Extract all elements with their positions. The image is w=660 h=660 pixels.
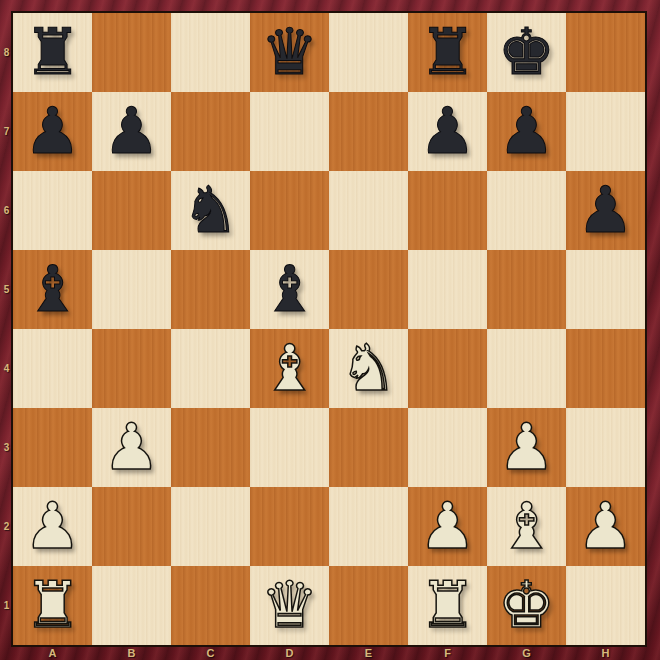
square-a3[interactable] xyxy=(13,408,92,487)
file-label-c: C xyxy=(171,645,250,660)
square-h1[interactable] xyxy=(566,566,645,645)
square-e8[interactable] xyxy=(329,13,408,92)
black-pawn-a7[interactable]: ♟ xyxy=(13,92,92,171)
file-label-b: B xyxy=(92,645,171,660)
square-h5[interactable] xyxy=(566,250,645,329)
square-c5[interactable] xyxy=(171,250,250,329)
square-f3[interactable] xyxy=(408,408,487,487)
square-h7[interactable] xyxy=(566,92,645,171)
square-d8[interactable]: ♛ xyxy=(250,13,329,92)
square-c2[interactable] xyxy=(171,487,250,566)
square-a7[interactable]: ♟ xyxy=(13,92,92,171)
file-label-h: H xyxy=(566,645,645,660)
square-d4[interactable]: ♝ xyxy=(250,329,329,408)
square-d3[interactable] xyxy=(250,408,329,487)
square-f4[interactable] xyxy=(408,329,487,408)
white-pawn-h2[interactable]: ♟ xyxy=(566,487,645,566)
rank-label-2: 2 xyxy=(0,487,13,566)
square-g2[interactable]: ♝ xyxy=(487,487,566,566)
black-rook-f8[interactable]: ♜ xyxy=(408,13,487,92)
black-pawn-f7[interactable]: ♟ xyxy=(408,92,487,171)
rank-label-7: 7 xyxy=(0,92,13,171)
rank-label-6: 6 xyxy=(0,171,13,250)
square-h8[interactable] xyxy=(566,13,645,92)
square-g3[interactable]: ♟ xyxy=(487,408,566,487)
white-pawn-b3[interactable]: ♟ xyxy=(92,408,171,487)
square-f6[interactable] xyxy=(408,171,487,250)
square-b5[interactable] xyxy=(92,250,171,329)
white-pawn-f2[interactable]: ♟ xyxy=(408,487,487,566)
black-knight-c6[interactable]: ♞ xyxy=(171,171,250,250)
square-f1[interactable]: ♜ xyxy=(408,566,487,645)
square-g6[interactable] xyxy=(487,171,566,250)
square-a2[interactable]: ♟ xyxy=(13,487,92,566)
square-a4[interactable] xyxy=(13,329,92,408)
square-d6[interactable] xyxy=(250,171,329,250)
black-bishop-a5[interactable]: ♝ xyxy=(13,250,92,329)
square-c7[interactable] xyxy=(171,92,250,171)
square-e1[interactable] xyxy=(329,566,408,645)
white-knight-e4[interactable]: ♞ xyxy=(329,329,408,408)
square-g4[interactable] xyxy=(487,329,566,408)
square-g8[interactable]: ♚ xyxy=(487,13,566,92)
square-e5[interactable] xyxy=(329,250,408,329)
black-bishop-d5[interactable]: ♝ xyxy=(250,250,329,329)
square-c1[interactable] xyxy=(171,566,250,645)
white-pawn-a2[interactable]: ♟ xyxy=(13,487,92,566)
rank-label-4: 4 xyxy=(0,329,13,408)
rank-labels: 87654321 xyxy=(0,13,13,645)
square-b8[interactable] xyxy=(92,13,171,92)
square-e3[interactable] xyxy=(329,408,408,487)
white-bishop-d4[interactable]: ♝ xyxy=(250,329,329,408)
square-g5[interactable] xyxy=(487,250,566,329)
square-f8[interactable]: ♜ xyxy=(408,13,487,92)
black-pawn-g7[interactable]: ♟ xyxy=(487,92,566,171)
square-b2[interactable] xyxy=(92,487,171,566)
square-c8[interactable] xyxy=(171,13,250,92)
square-h3[interactable] xyxy=(566,408,645,487)
square-d7[interactable] xyxy=(250,92,329,171)
square-b4[interactable] xyxy=(92,329,171,408)
square-c3[interactable] xyxy=(171,408,250,487)
square-d2[interactable] xyxy=(250,487,329,566)
white-pawn-g3[interactable]: ♟ xyxy=(487,408,566,487)
square-d5[interactable]: ♝ xyxy=(250,250,329,329)
square-e6[interactable] xyxy=(329,171,408,250)
square-h2[interactable]: ♟ xyxy=(566,487,645,566)
rank-label-1: 1 xyxy=(0,566,13,645)
white-bishop-g2[interactable]: ♝ xyxy=(487,487,566,566)
square-a5[interactable]: ♝ xyxy=(13,250,92,329)
square-b1[interactable] xyxy=(92,566,171,645)
chess-board: ♜♛♜♚♟♟♟♟♞♟♝♝♝♞♟♟♟♟♝♟♜♛♜♚ xyxy=(13,13,645,645)
square-g7[interactable]: ♟ xyxy=(487,92,566,171)
square-h6[interactable]: ♟ xyxy=(566,171,645,250)
square-e2[interactable] xyxy=(329,487,408,566)
square-e7[interactable] xyxy=(329,92,408,171)
file-labels: ABCDEFGH xyxy=(13,645,645,660)
file-label-g: G xyxy=(487,645,566,660)
white-king-g1[interactable]: ♚ xyxy=(487,566,566,645)
square-c4[interactable] xyxy=(171,329,250,408)
file-label-d: D xyxy=(250,645,329,660)
white-queen-d1[interactable]: ♛ xyxy=(250,566,329,645)
square-b7[interactable]: ♟ xyxy=(92,92,171,171)
file-label-a: A xyxy=(13,645,92,660)
square-a8[interactable]: ♜ xyxy=(13,13,92,92)
rank-label-8: 8 xyxy=(0,13,13,92)
square-f5[interactable] xyxy=(408,250,487,329)
chess-board-frame: 87654321 ♜♛♜♚♟♟♟♟♞♟♝♝♝♞♟♟♟♟♝♟♜♛♜♚ ABCDEF… xyxy=(0,0,660,660)
file-label-f: F xyxy=(408,645,487,660)
square-c6[interactable]: ♞ xyxy=(171,171,250,250)
square-g1[interactable]: ♚ xyxy=(487,566,566,645)
black-king-g8[interactable]: ♚ xyxy=(487,13,566,92)
square-f2[interactable]: ♟ xyxy=(408,487,487,566)
black-pawn-b7[interactable]: ♟ xyxy=(92,92,171,171)
square-b6[interactable] xyxy=(92,171,171,250)
square-d1[interactable]: ♛ xyxy=(250,566,329,645)
square-b3[interactable]: ♟ xyxy=(92,408,171,487)
white-rook-f1[interactable]: ♜ xyxy=(408,566,487,645)
white-rook-a1[interactable]: ♜ xyxy=(13,566,92,645)
black-pawn-h6[interactable]: ♟ xyxy=(566,171,645,250)
black-rook-a8[interactable]: ♜ xyxy=(13,13,92,92)
square-a1[interactable]: ♜ xyxy=(13,566,92,645)
black-queen-d8[interactable]: ♛ xyxy=(250,13,329,92)
file-label-e: E xyxy=(329,645,408,660)
square-e4[interactable]: ♞ xyxy=(329,329,408,408)
rank-label-3: 3 xyxy=(0,408,13,487)
square-a6[interactable] xyxy=(13,171,92,250)
square-h4[interactable] xyxy=(566,329,645,408)
rank-label-5: 5 xyxy=(0,250,13,329)
square-f7[interactable]: ♟ xyxy=(408,92,487,171)
